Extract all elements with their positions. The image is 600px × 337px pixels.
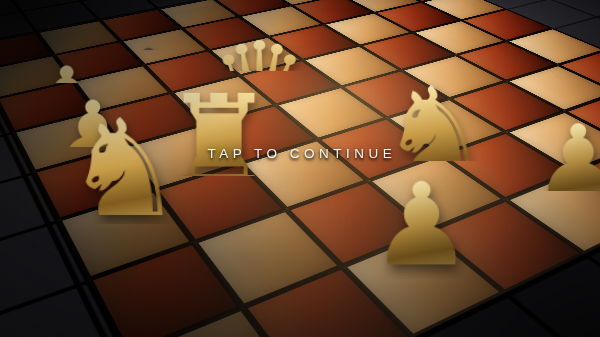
square-b1 (242, 266, 412, 337)
splash-screen[interactable]: ♟♝♟♟♞♟♛♟♜♞♟♟♜♝♜♞♟♟♟♟♟♚♟♝♟♛♞ TAP TO CONTI… (0, 0, 600, 337)
tap-to-continue-label[interactable]: TAP TO CONTINUE (207, 146, 396, 161)
chess-board: ♟♝♟♟♞♟♛♟♜♞♟♟♜♝♜♞♟♟♟♟♟♚♟♝♟♛♞ (0, 0, 600, 337)
square-d4 (275, 86, 386, 139)
square-c1 (342, 230, 505, 337)
floor-tiles: ♟♝♟♟♞♟♛♟♜♞♟♟♜♝♜♞♟♟♟♟♟♚♟♝♟♛♞ (0, 0, 600, 337)
